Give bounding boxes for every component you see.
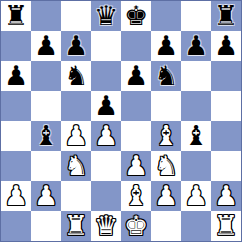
white-rook[interactable]: ♜ [214, 212, 238, 239]
square-e2[interactable]: ♝ [121, 181, 151, 211]
square-c6[interactable]: ♞ [61, 61, 91, 91]
square-f3[interactable]: ♞ [151, 151, 181, 181]
white-pawn[interactable]: ♟ [4, 182, 28, 209]
square-a8[interactable]: ♜ [1, 1, 31, 31]
white-king[interactable]: ♚ [124, 212, 148, 239]
black-knight[interactable]: ♞ [154, 62, 178, 89]
square-b6[interactable] [31, 61, 61, 91]
square-h5[interactable] [211, 91, 241, 121]
square-f6[interactable]: ♞ [151, 61, 181, 91]
square-c8[interactable] [61, 1, 91, 31]
square-e6[interactable]: ♟ [121, 61, 151, 91]
square-d2[interactable] [91, 181, 121, 211]
square-d4[interactable]: ♟ [91, 121, 121, 151]
square-h8[interactable]: ♜ [211, 1, 241, 31]
square-b7[interactable]: ♟ [31, 31, 61, 61]
square-f5[interactable] [151, 91, 181, 121]
white-pawn[interactable]: ♟ [154, 182, 178, 209]
square-c7[interactable]: ♟ [61, 31, 91, 61]
square-a2[interactable]: ♟ [1, 181, 31, 211]
square-c5[interactable] [61, 91, 91, 121]
black-pawn[interactable]: ♟ [94, 92, 118, 119]
square-b3[interactable] [31, 151, 61, 181]
square-f4[interactable]: ♝ [151, 121, 181, 151]
white-knight[interactable]: ♞ [64, 152, 88, 179]
black-rook[interactable]: ♜ [4, 2, 28, 29]
black-pawn[interactable]: ♟ [154, 32, 178, 59]
square-a7[interactable] [1, 31, 31, 61]
square-h2[interactable]: ♟ [211, 181, 241, 211]
square-a1[interactable] [1, 211, 31, 241]
square-b2[interactable]: ♟ [31, 181, 61, 211]
black-bishop[interactable]: ♝ [34, 122, 58, 149]
square-a6[interactable]: ♟ [1, 61, 31, 91]
black-knight[interactable]: ♞ [64, 62, 88, 89]
square-e3[interactable]: ♟ [121, 151, 151, 181]
square-g1[interactable] [181, 211, 211, 241]
black-rook[interactable]: ♜ [214, 2, 238, 29]
white-pawn[interactable]: ♟ [94, 122, 118, 149]
square-h3[interactable] [211, 151, 241, 181]
white-pawn[interactable]: ♟ [214, 182, 238, 209]
square-h7[interactable]: ♟ [211, 31, 241, 61]
white-pawn[interactable]: ♟ [124, 152, 148, 179]
square-c2[interactable] [61, 181, 91, 211]
white-pawn[interactable]: ♟ [64, 122, 88, 149]
square-f7[interactable]: ♟ [151, 31, 181, 61]
square-g5[interactable] [181, 91, 211, 121]
square-h4[interactable] [211, 121, 241, 151]
square-h1[interactable]: ♜ [211, 211, 241, 241]
square-e8[interactable]: ♚ [121, 1, 151, 31]
square-b8[interactable] [31, 1, 61, 31]
square-b1[interactable] [31, 211, 61, 241]
square-d8[interactable]: ♛ [91, 1, 121, 31]
square-g6[interactable] [181, 61, 211, 91]
black-pawn[interactable]: ♟ [4, 62, 28, 89]
black-pawn[interactable]: ♟ [124, 62, 148, 89]
black-pawn[interactable]: ♟ [214, 32, 238, 59]
square-g2[interactable]: ♟ [181, 181, 211, 211]
square-d1[interactable]: ♛ [91, 211, 121, 241]
square-e4[interactable] [121, 121, 151, 151]
square-e7[interactable] [121, 31, 151, 61]
square-b4[interactable]: ♝ [31, 121, 61, 151]
chess-board-frame: ♜♛♚♜♟♟♟♟♟♟♞♟♞♟♝♟♟♝♝♞♟♞♟♟♝♟♟♟♜♛♚♜ [0, 0, 242, 242]
white-knight[interactable]: ♞ [154, 152, 178, 179]
square-g4[interactable]: ♝ [181, 121, 211, 151]
square-c1[interactable]: ♜ [61, 211, 91, 241]
black-pawn[interactable]: ♟ [184, 32, 208, 59]
square-a4[interactable] [1, 121, 31, 151]
square-f1[interactable] [151, 211, 181, 241]
white-pawn[interactable]: ♟ [34, 182, 58, 209]
black-pawn[interactable]: ♟ [64, 32, 88, 59]
square-d5[interactable]: ♟ [91, 91, 121, 121]
square-f2[interactable]: ♟ [151, 181, 181, 211]
square-e5[interactable] [121, 91, 151, 121]
square-c3[interactable]: ♞ [61, 151, 91, 181]
square-d6[interactable] [91, 61, 121, 91]
square-g7[interactable]: ♟ [181, 31, 211, 61]
square-d3[interactable] [91, 151, 121, 181]
black-pawn[interactable]: ♟ [34, 32, 58, 59]
square-h6[interactable] [211, 61, 241, 91]
chess-board: ♜♛♚♜♟♟♟♟♟♟♞♟♞♟♝♟♟♝♝♞♟♞♟♟♝♟♟♟♜♛♚♜ [1, 1, 241, 241]
square-b5[interactable] [31, 91, 61, 121]
square-c4[interactable]: ♟ [61, 121, 91, 151]
white-rook[interactable]: ♜ [64, 212, 88, 239]
white-bishop[interactable]: ♝ [124, 182, 148, 209]
square-d7[interactable] [91, 31, 121, 61]
black-king[interactable]: ♚ [124, 2, 148, 29]
square-a5[interactable] [1, 91, 31, 121]
square-f8[interactable] [151, 1, 181, 31]
white-queen[interactable]: ♛ [94, 212, 118, 239]
square-a3[interactable] [1, 151, 31, 181]
square-e1[interactable]: ♚ [121, 211, 151, 241]
black-bishop[interactable]: ♝ [184, 122, 208, 149]
white-bishop[interactable]: ♝ [154, 122, 178, 149]
white-pawn[interactable]: ♟ [184, 182, 208, 209]
black-queen[interactable]: ♛ [94, 2, 118, 29]
square-g3[interactable] [181, 151, 211, 181]
square-g8[interactable] [181, 1, 211, 31]
